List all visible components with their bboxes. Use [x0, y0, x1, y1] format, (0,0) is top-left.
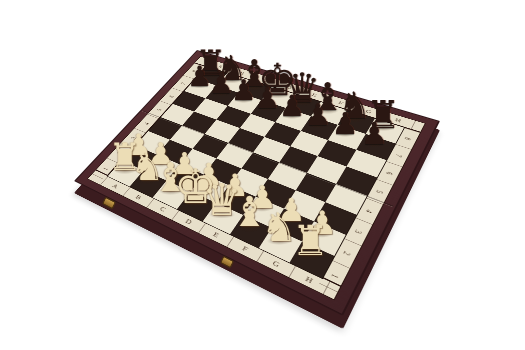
file-label-near-0-label: A — [111, 183, 119, 190]
file-label-near-7-label: H — [304, 275, 314, 285]
file-label-far-2-label: C — [262, 78, 269, 83]
file-label-far-4-label: E — [311, 92, 318, 97]
rank-label-left-0-label: 1 — [101, 166, 109, 171]
rank-label-right-7-label: 8 — [403, 136, 413, 141]
rank-label-right-0-label: 1 — [329, 272, 340, 280]
file-label-far-7-label: H — [394, 117, 402, 123]
rank-label-left-4-label: 5 — [155, 108, 163, 112]
file-label-far-6-label: G — [365, 108, 373, 114]
rank-label-right-2-label: 3 — [353, 228, 364, 235]
file-label-near-6-label: G — [271, 259, 281, 268]
rank-label-right-5-label: 6 — [384, 170, 394, 176]
rank-label-right-1-label: 2 — [341, 249, 352, 256]
file-label-far-0-label: A — [217, 64, 224, 69]
rank-label-left-5-label: 6 — [168, 94, 175, 98]
rank-label-left-1-label: 2 — [116, 150, 124, 155]
rank-label-right-6-label: 7 — [394, 153, 404, 158]
chess-set-photo: ABCDEFGH ABCDEFGH 87654321 87654321 ♜♞♝♚… — [0, 0, 525, 350]
rank-label-right-4-label: 5 — [374, 189, 385, 195]
file-label-far-5-label: F — [338, 100, 345, 105]
file-label-far-3-label: D — [285, 85, 292, 90]
file-label-near-1-label: B — [134, 194, 142, 201]
rank-label-left-2-label: 3 — [129, 136, 137, 140]
file-label-near-5-label: F — [241, 245, 249, 253]
rank-label-right-3-label: 4 — [364, 208, 375, 214]
file-label-near-3-label: D — [184, 217, 193, 225]
rank-label-left-7-label: 8 — [191, 69, 198, 72]
rank-label-left-6-label: 7 — [179, 82, 186, 86]
rank-label-left-3-label: 4 — [143, 121, 151, 125]
file-label-near-2-label: C — [159, 205, 167, 212]
file-label-near-4-label: E — [212, 231, 220, 239]
file-label-far-1-label: B — [239, 71, 246, 76]
